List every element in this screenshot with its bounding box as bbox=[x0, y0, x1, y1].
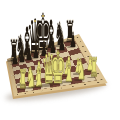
white-knight-g1: ♞ bbox=[76, 55, 86, 84]
product-photo: ♜♞♝♛♚♝♞♜♟♟♟♟♟♟♟♟♟♟♟♟♟♟♟♟♜♞♝♛♚♝♞♜ bbox=[0, 0, 120, 120]
black-pawn-b7: ♟ bbox=[18, 44, 25, 65]
pieces-layer: ♜♞♝♛♚♝♞♜♟♟♟♟♟♟♟♟♟♟♟♟♟♟♟♟♜♞♝♛♚♝♞♜ bbox=[0, 0, 120, 120]
white-bishop-f1: ♝ bbox=[63, 53, 75, 87]
white-rook-h1: ♜ bbox=[89, 55, 98, 81]
black-pawn-h7: ♟ bbox=[69, 29, 76, 50]
